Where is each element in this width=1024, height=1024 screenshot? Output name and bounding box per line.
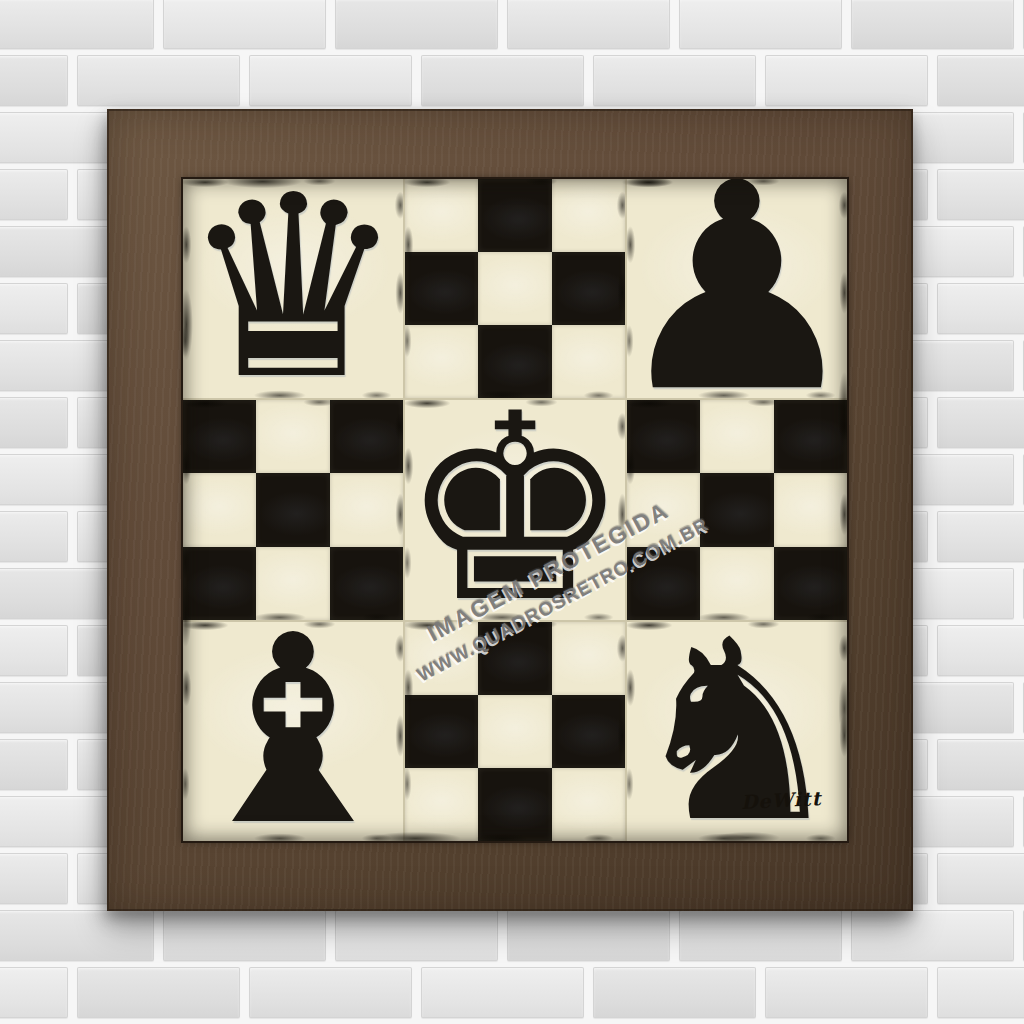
- checker-cell: [627, 400, 700, 473]
- panel-checkerboard-left: [183, 400, 403, 619]
- wall-tile: [851, 910, 1014, 961]
- checker-cell: [405, 622, 478, 695]
- panel-black-knight: ♞ DeWitt: [627, 622, 847, 841]
- wall-tile: [765, 967, 928, 1018]
- checker-cell: [627, 547, 700, 620]
- checker-cell: [405, 179, 478, 252]
- chess-art-canvas: ♛ ♟ ♚ ♝ ♞ DeWitt IMAGEM PROTEGIDA WWW.QU…: [183, 179, 847, 841]
- checker-cell: [478, 695, 551, 768]
- checker-cell: [552, 768, 625, 841]
- wall-tile: [679, 910, 842, 961]
- checker-cell: [552, 695, 625, 768]
- checker-cell: [405, 252, 478, 325]
- wall-tile: [0, 0, 154, 49]
- artist-signature: DeWitt: [740, 787, 821, 813]
- wall-tile: [937, 511, 1024, 562]
- wall-tile: [421, 55, 584, 106]
- panel-black-queen: ♛: [183, 179, 403, 398]
- checker-cell: [552, 252, 625, 325]
- checker-cell: [774, 400, 847, 473]
- wall-tile: [593, 55, 756, 106]
- checker-cell: [700, 473, 773, 546]
- checker-cell: [478, 252, 551, 325]
- panel-checkerboard-top: [405, 179, 625, 398]
- wall-tile: [77, 55, 240, 106]
- panel-black-bishop: ♝: [183, 622, 403, 841]
- black-pawn-piece: ♟: [627, 179, 847, 398]
- checker-cell: [405, 325, 478, 398]
- wall-tile: [0, 511, 68, 562]
- checker-cell: [627, 473, 700, 546]
- wall-tile: [937, 967, 1024, 1018]
- wall-tile: [0, 625, 68, 676]
- checker-cell: [552, 622, 625, 695]
- wall-tile: [937, 55, 1024, 106]
- wall-tile: [163, 0, 326, 49]
- wall-tile: [0, 853, 68, 904]
- checker-cell: [330, 400, 403, 473]
- wall-tile: [937, 739, 1024, 790]
- wall-tile: [421, 967, 584, 1018]
- wall-tile: [0, 397, 68, 448]
- panel-checkerboard-right: [627, 400, 847, 619]
- checker-cell: [478, 179, 551, 252]
- checker-cell: [330, 473, 403, 546]
- wall-tile: [679, 0, 842, 49]
- checker-cell: [478, 622, 551, 695]
- panel-checkerboard-bottom: [405, 622, 625, 841]
- checker-cell: [552, 325, 625, 398]
- wall-tile: [851, 0, 1014, 49]
- black-bishop-piece: ♝: [183, 630, 403, 833]
- checker-cell: [478, 325, 551, 398]
- checker-cell: [256, 400, 329, 473]
- wall-tile: [0, 910, 154, 961]
- wall-tile: [335, 910, 498, 961]
- wall-tile: [335, 0, 498, 49]
- panel-black-pawn: ♟: [627, 179, 847, 398]
- wall-tile: [937, 397, 1024, 448]
- checker-cell: [330, 547, 403, 620]
- wall-tile: [77, 967, 240, 1018]
- checker-cell: [183, 400, 256, 473]
- wall-tile: [507, 910, 670, 961]
- wooden-picture-frame: ♛ ♟ ♚ ♝ ♞ DeWitt IMAGEM PROTEGIDA WWW.QU…: [107, 109, 913, 911]
- wall-tile: [765, 55, 928, 106]
- checker-cell: [774, 547, 847, 620]
- checker-cell: [774, 473, 847, 546]
- wall-tile: [0, 739, 68, 790]
- wall-tile: [593, 967, 756, 1018]
- wall-tile: [937, 283, 1024, 334]
- wall-tile: [249, 55, 412, 106]
- black-king-piece: ♚: [405, 409, 625, 610]
- checker-cell: [700, 400, 773, 473]
- black-queen-piece: ♛: [183, 190, 403, 387]
- checker-cell: [552, 179, 625, 252]
- wall-tile: [937, 169, 1024, 220]
- checker-cell: [256, 547, 329, 620]
- checker-cell: [478, 768, 551, 841]
- wall-tile: [937, 853, 1024, 904]
- wall-tile: [0, 283, 68, 334]
- checker-cell: [405, 768, 478, 841]
- checker-cell: [183, 547, 256, 620]
- wall-tile: [249, 967, 412, 1018]
- wall-tile: [0, 55, 68, 106]
- panel-black-king: ♚: [405, 400, 625, 619]
- checker-cell: [405, 695, 478, 768]
- checker-cell: [700, 547, 773, 620]
- wall-tile: [0, 169, 68, 220]
- checker-cell: [256, 473, 329, 546]
- wall-tile: [507, 0, 670, 49]
- wall-tile: [163, 910, 326, 961]
- wall-tile: [0, 967, 68, 1018]
- wall-tile: [937, 625, 1024, 676]
- checker-cell: [183, 473, 256, 546]
